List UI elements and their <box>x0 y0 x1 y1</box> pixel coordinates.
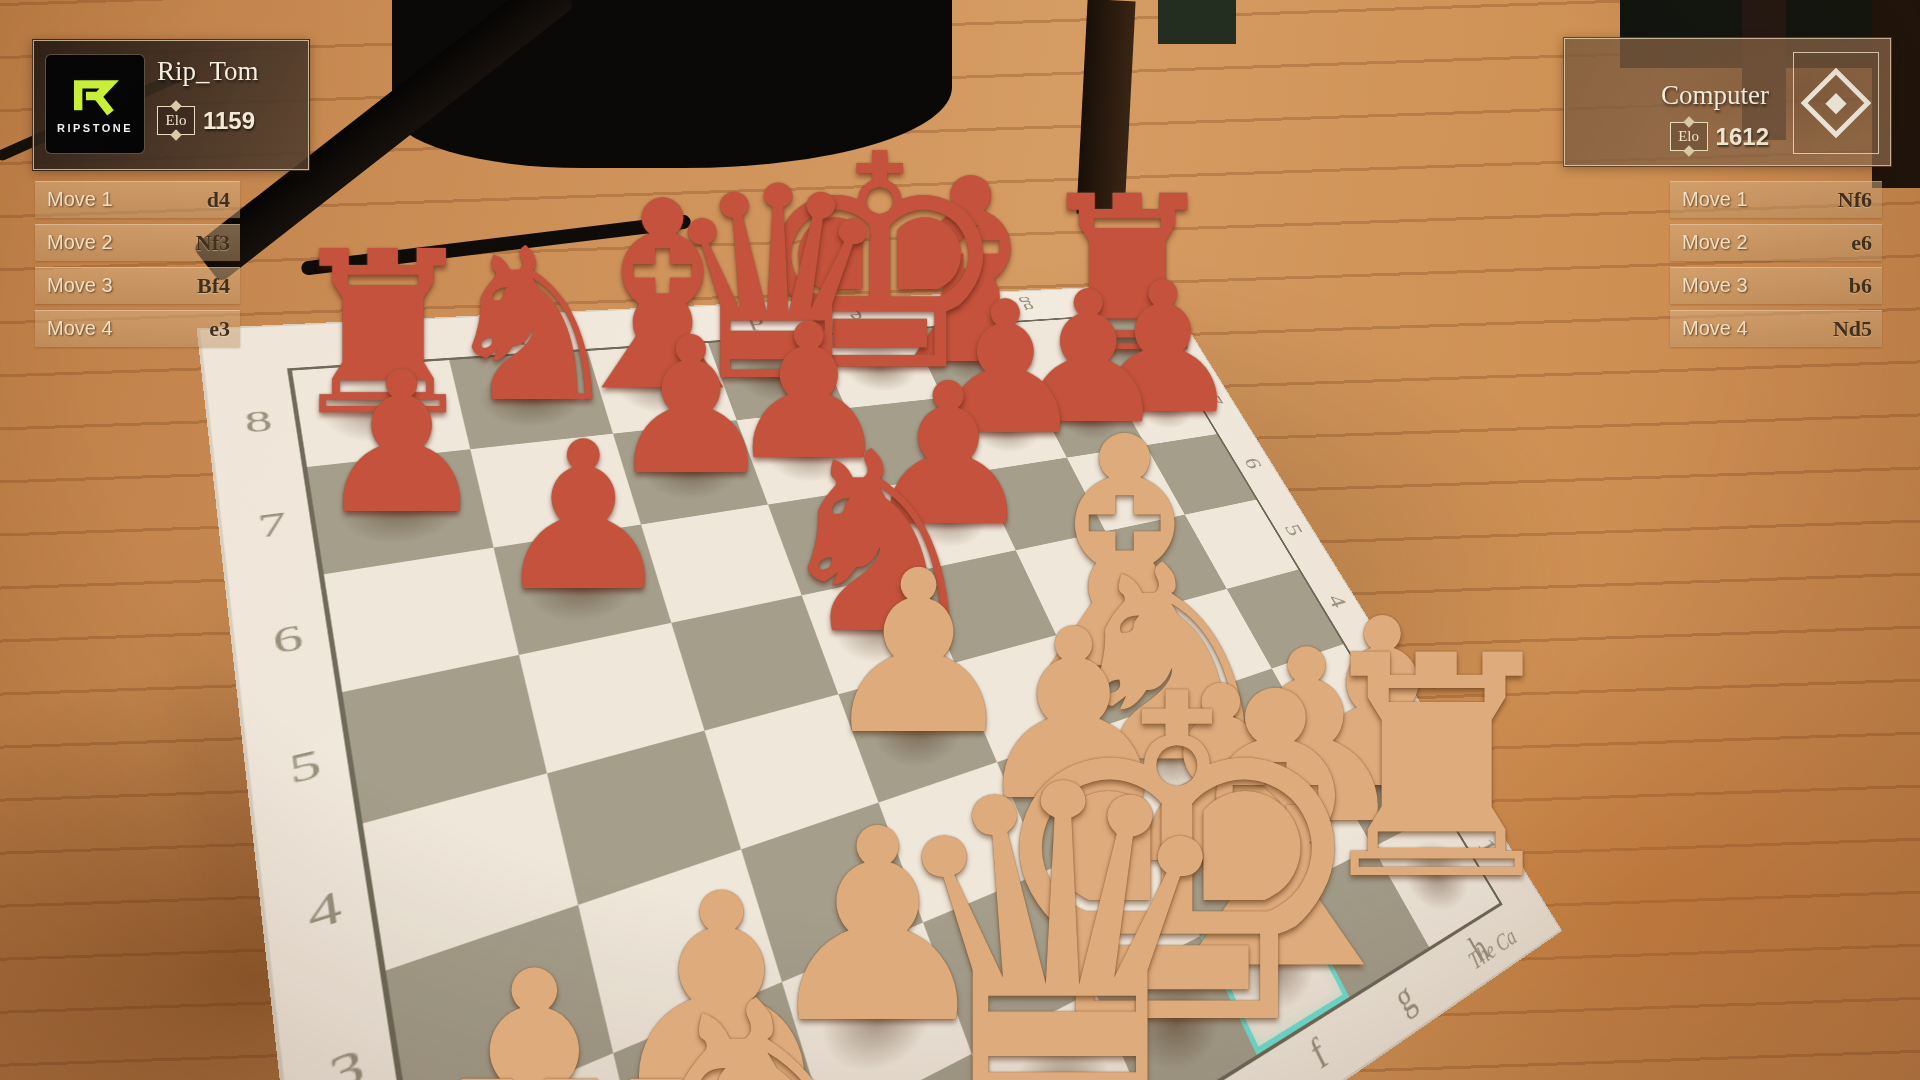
diamond-icon <box>1801 68 1872 139</box>
white-player-name: Rip_Tom <box>157 56 259 87</box>
coordinate-label: g <box>982 292 1073 322</box>
black-move-row-2: Move 2 e6 <box>1670 224 1882 261</box>
black-move-row-4: Move 4 Nd5 <box>1670 310 1882 347</box>
move-label: Move 1 <box>1682 188 1748 211</box>
move-label: Move 3 <box>47 274 113 297</box>
coordinate-label: d <box>695 304 814 341</box>
table-object <box>1158 0 1236 44</box>
piece-shadow <box>957 399 1053 459</box>
elo-badge: Elo <box>157 106 195 135</box>
coordinate-label: 5 <box>250 692 360 849</box>
coordinate-label: f <box>896 296 995 328</box>
piece-shadow <box>752 420 864 490</box>
move-label: Move 2 <box>1682 231 1748 254</box>
move-value: Nf3 <box>196 230 230 256</box>
piece-shadow <box>467 363 595 435</box>
ripstone-logo: RIPSTONE <box>45 54 145 154</box>
ripstone-logo-icon <box>69 74 121 118</box>
move-label: Move 3 <box>1682 274 1748 297</box>
coordinate-label: 6 <box>236 574 340 711</box>
piece-shadow <box>603 354 720 420</box>
player-card-black: Computer Elo 1612 <box>1563 37 1892 167</box>
piece-shadow <box>723 346 831 408</box>
piece-shadow <box>895 483 1001 556</box>
black-elo-value: 1612 <box>1716 123 1769 151</box>
piece-shadow <box>829 339 929 396</box>
piece-shadow <box>629 433 751 509</box>
piece-shadow <box>1014 744 1131 851</box>
piece-shadow <box>327 464 475 555</box>
white-move-row-3: Move 3 Bf4 <box>35 267 240 304</box>
computer-opponent-icon <box>1793 52 1879 154</box>
white-move-row-1: Move 1 d4 <box>35 181 240 218</box>
piece-shadow <box>311 373 452 451</box>
black-move-row-1: Move 1 Nf6 <box>1670 181 1882 218</box>
coordinate-label: h <box>1059 288 1143 317</box>
coordinate-label: c <box>576 309 707 348</box>
square-a8[interactable] <box>292 360 471 467</box>
piece-shadow <box>513 540 652 636</box>
move-label: Move 1 <box>47 188 113 211</box>
piece-shadow <box>818 586 938 677</box>
coordinate-label: 7 <box>223 467 322 587</box>
move-value: Nd5 <box>1833 316 1872 342</box>
piece-shadow <box>856 679 980 783</box>
coordinate-label: e <box>801 300 909 334</box>
move-value: b6 <box>1849 273 1872 299</box>
piece-shadow <box>802 945 950 1080</box>
move-value: e3 <box>209 316 230 342</box>
move-value: d4 <box>207 187 230 213</box>
black-player-name: Computer <box>1661 80 1769 111</box>
white-move-row-2: Move 2 Nf3 <box>35 224 240 261</box>
coordinate-label: 8 <box>212 371 306 476</box>
piece-shadow <box>924 333 1017 387</box>
ripstone-logo-text: RIPSTONE <box>57 122 133 134</box>
white-elo-value: 1159 <box>203 107 255 135</box>
player-card-white: RIPSTONE Rip_Tom Elo 1159 <box>32 39 310 171</box>
move-value: e6 <box>1851 230 1872 256</box>
move-label: Move 2 <box>47 231 113 254</box>
black-move-row-3: Move 3 b6 <box>1670 267 1882 304</box>
square-b8[interactable] <box>450 351 613 449</box>
coordinate-label: b <box>440 315 586 358</box>
elo-badge: Elo <box>1670 122 1708 151</box>
move-label: Move 4 <box>1682 317 1748 340</box>
move-value: Bf4 <box>197 273 230 299</box>
white-move-row-4: Move 4 e3 <box>35 310 240 347</box>
move-label: Move 4 <box>47 317 113 340</box>
move-value: Nf6 <box>1838 187 1872 213</box>
